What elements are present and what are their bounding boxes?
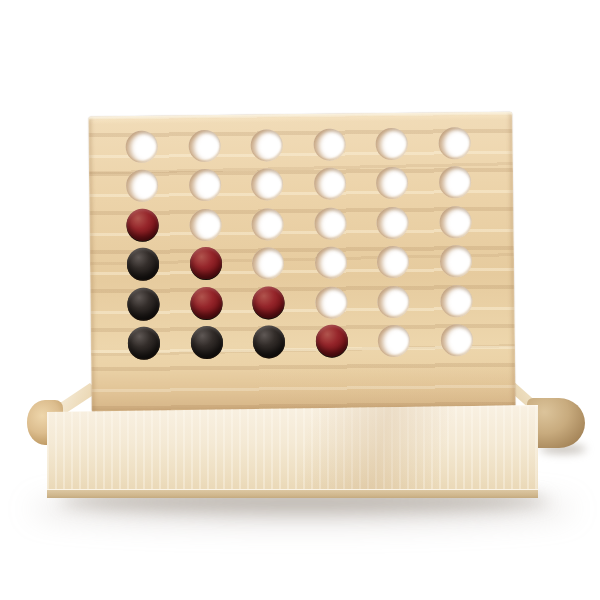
hole-c4-r4[interactable] [314, 247, 346, 279]
hole-c5-r3[interactable] [376, 207, 408, 239]
piece-red [315, 324, 347, 356]
hole-c2-r1[interactable] [188, 130, 220, 162]
piece-red [189, 247, 221, 279]
hole-c1-r4[interactable] [127, 249, 159, 281]
piece-black [128, 327, 160, 359]
hole-c5-r6[interactable] [378, 325, 410, 357]
hole-c2-r3[interactable] [189, 209, 221, 241]
hole-c1-r5[interactable] [127, 288, 159, 320]
hole-c1-r2[interactable] [126, 170, 158, 202]
hole-c3-r3[interactable] [251, 208, 283, 240]
hole-c4-r2[interactable] [313, 168, 345, 200]
hole-c3-r2[interactable] [251, 169, 283, 201]
piece-red [126, 208, 158, 240]
hole-c2-r4[interactable] [189, 248, 221, 280]
hole-c2-r2[interactable] [188, 169, 220, 201]
hole-c6-r2[interactable] [438, 166, 470, 198]
piece-black [127, 248, 159, 280]
game-board [88, 112, 515, 413]
hole-c3-r1[interactable] [250, 129, 282, 161]
product-photo [0, 0, 600, 600]
hole-c6-r5[interactable] [440, 285, 472, 317]
hole-c4-r5[interactable] [315, 286, 347, 318]
hole-c5-r5[interactable] [377, 285, 409, 317]
hole-c6-r1[interactable] [438, 127, 470, 159]
hole-c1-r3[interactable] [126, 209, 158, 241]
hole-c3-r6[interactable] [253, 326, 285, 358]
hole-c5-r1[interactable] [375, 128, 407, 160]
hole-c4-r3[interactable] [314, 207, 346, 239]
hole-c5-r2[interactable] [376, 167, 408, 199]
hole-c1-r6[interactable] [128, 328, 160, 360]
hole-c5-r4[interactable] [377, 246, 409, 278]
hole-c6-r6[interactable] [440, 324, 472, 356]
piece-black [190, 326, 222, 358]
piece-black [127, 287, 159, 319]
tray-front-panel [47, 404, 538, 498]
hole-c4-r6[interactable] [315, 325, 347, 357]
hole-c4-r1[interactable] [313, 129, 345, 161]
hole-c6-r4[interactable] [439, 245, 471, 277]
board-holes [88, 112, 515, 413]
hole-c2-r6[interactable] [190, 327, 222, 359]
hole-c3-r5[interactable] [252, 287, 284, 319]
hole-c1-r1[interactable] [126, 131, 158, 163]
hole-c2-r5[interactable] [190, 288, 222, 320]
piece-black [253, 325, 285, 357]
hole-c6-r3[interactable] [439, 206, 471, 238]
piece-red [190, 287, 222, 319]
piece-red [252, 286, 284, 318]
hole-c3-r4[interactable] [252, 247, 284, 279]
